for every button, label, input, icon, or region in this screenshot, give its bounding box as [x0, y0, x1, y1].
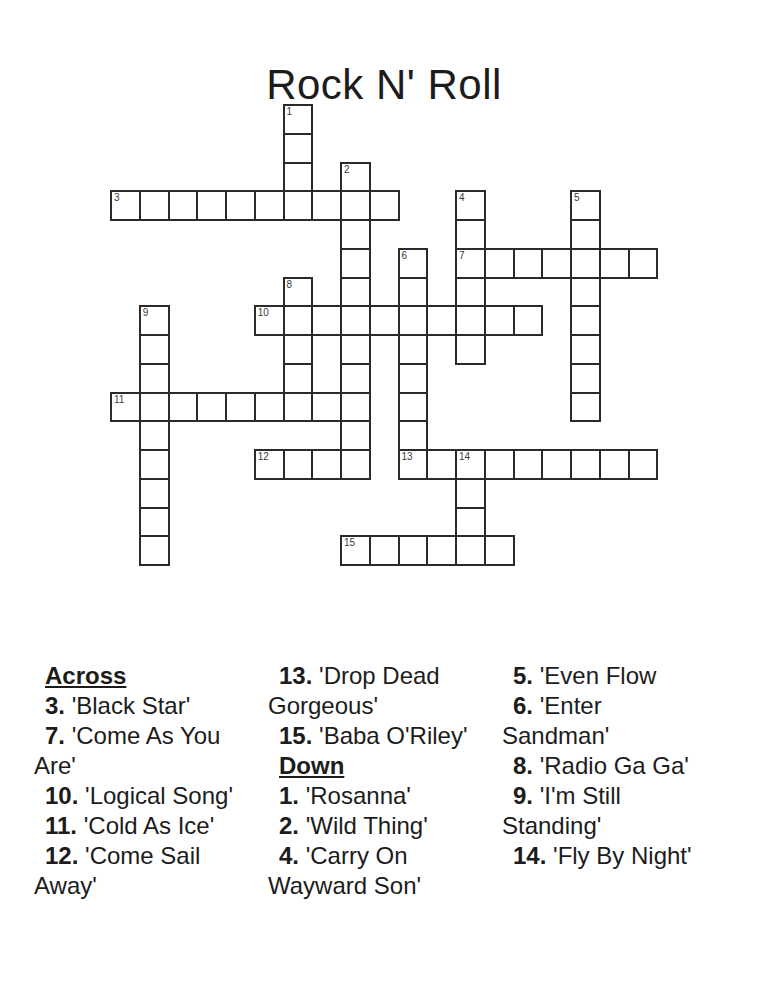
clue-num: 12. [45, 842, 78, 869]
grid-cell[interactable]: 6 [398, 248, 429, 279]
grid-cell[interactable] [340, 449, 371, 480]
grid-cell[interactable] [139, 507, 170, 538]
grid-cell[interactable] [369, 305, 400, 336]
clue-number: 10 [258, 307, 269, 318]
clue-num: 6. [513, 692, 533, 719]
grid-cell[interactable] [283, 363, 314, 394]
grid-cell[interactable] [139, 535, 170, 566]
grid-cell[interactable] [340, 334, 371, 365]
grid-cell[interactable] [340, 190, 371, 221]
clue-num: 4. [279, 842, 299, 869]
clues-section: Across3. 'Black Star'7. 'Come As You Are… [34, 661, 736, 901]
clue-item: 3. 'Black Star' [34, 691, 262, 721]
grid-cell[interactable] [283, 190, 314, 221]
clue-column: 13. 'Drop Dead Gorgeous'15. 'Baba O'Rile… [268, 661, 502, 901]
puzzle-title: Rock N' Roll [0, 61, 768, 109]
grid-cell[interactable] [369, 535, 400, 566]
grid-cell[interactable]: 13 [398, 449, 429, 480]
grid-cell[interactable]: 15 [340, 535, 371, 566]
grid-cell[interactable] [283, 392, 314, 423]
clue-number: 4 [459, 192, 465, 203]
clue-text: 'Fly By Night' [553, 842, 692, 869]
grid-cell[interactable] [455, 478, 486, 509]
grid-cell[interactable] [398, 305, 429, 336]
grid-cell[interactable]: 4 [455, 190, 486, 221]
grid-cell[interactable] [570, 219, 601, 250]
clue-num: 10. [45, 782, 78, 809]
clue-num: 3. [45, 692, 65, 719]
grid-cell[interactable]: 8 [283, 277, 314, 308]
clue-text: 'Black Star' [72, 692, 191, 719]
crossword-grid: 123456789101112131415 [110, 104, 659, 566]
clue-item: 14. 'Fly By Night' [502, 841, 730, 871]
grid-cell[interactable] [340, 219, 371, 250]
clue-text: 'Logical Song' [85, 782, 233, 809]
grid-cell[interactable] [455, 507, 486, 538]
clue-num: 15. [279, 722, 312, 749]
grid-cell[interactable] [570, 277, 601, 308]
grid-cell[interactable] [599, 449, 630, 480]
grid-cell[interactable] [570, 449, 601, 480]
grid-cell[interactable] [139, 392, 170, 423]
grid-cell[interactable] [398, 535, 429, 566]
grid-cell[interactable] [455, 277, 486, 308]
clue-item: 11. 'Cold As Ice' [34, 811, 262, 841]
clue-item: 7. 'Come As You Are' [34, 721, 262, 781]
grid-cell[interactable] [541, 248, 572, 279]
clue-number: 3 [114, 192, 120, 203]
clue-text: 'Rosanna' [306, 782, 411, 809]
grid-cell[interactable] [283, 162, 314, 193]
grid-cell[interactable] [398, 334, 429, 365]
clue-num: 1. [279, 782, 299, 809]
grid-cell[interactable] [311, 449, 342, 480]
clue-num: 9. [513, 782, 533, 809]
grid-cell[interactable] [196, 190, 227, 221]
clue-num: 11. [45, 812, 77, 839]
clue-number: 9 [143, 307, 149, 318]
clue-number: 11 [114, 394, 124, 405]
clue-item: 5. 'Even Flow [502, 661, 730, 691]
grid-cell[interactable] [283, 449, 314, 480]
grid-cell[interactable] [513, 449, 544, 480]
clue-number: 2 [344, 164, 350, 175]
grid-cell[interactable] [340, 420, 371, 451]
grid-cell[interactable] [254, 392, 285, 423]
grid-cell[interactable] [455, 334, 486, 365]
grid-cell[interactable] [398, 363, 429, 394]
grid-cell[interactable] [455, 305, 486, 336]
grid-cell[interactable] [570, 334, 601, 365]
grid-cell[interactable] [513, 305, 544, 336]
grid-cell[interactable] [398, 420, 429, 451]
grid-cell[interactable] [628, 449, 659, 480]
clue-number: 5 [574, 192, 580, 203]
clue-number: 14 [459, 451, 470, 462]
clue-number: 7 [459, 250, 465, 261]
clue-column: 5. 'Even Flow6. 'Enter Sandman'8. 'Radio… [502, 661, 736, 901]
grid-cell[interactable] [340, 392, 371, 423]
grid-cell[interactable] [484, 305, 515, 336]
grid-cell[interactable] [311, 305, 342, 336]
grid-cell[interactable] [139, 420, 170, 451]
grid-cell[interactable]: 5 [570, 190, 601, 221]
grid-cell[interactable]: 10 [254, 305, 285, 336]
grid-cell[interactable] [369, 190, 400, 221]
clue-num: 2. [279, 812, 299, 839]
grid-cell[interactable] [196, 392, 227, 423]
clue-num: 5. [513, 662, 533, 689]
grid-cell[interactable] [484, 535, 515, 566]
grid-cell[interactable] [311, 392, 342, 423]
grid-cell[interactable] [513, 248, 544, 279]
clue-num: 13. [279, 662, 312, 689]
grid-cell[interactable] [570, 392, 601, 423]
grid-cell[interactable] [426, 305, 457, 336]
grid-cell[interactable]: 11 [110, 392, 141, 423]
clue-number: 8 [287, 279, 293, 290]
grid-cell[interactable] [455, 219, 486, 250]
grid-cell[interactable] [628, 248, 659, 279]
grid-cell[interactable] [254, 190, 285, 221]
grid-cell[interactable] [340, 277, 371, 308]
grid-cell[interactable] [311, 190, 342, 221]
grid-cell[interactable] [283, 334, 314, 365]
clue-item: 8. 'Radio Ga Ga' [502, 751, 730, 781]
clue-item: 2. 'Wild Thing' [268, 811, 496, 841]
clue-item: 10. 'Logical Song' [34, 781, 262, 811]
clue-text: 'Radio Ga Ga' [540, 752, 689, 779]
grid-cell[interactable] [570, 363, 601, 394]
clue-num: 7. [45, 722, 65, 749]
clue-item: 4. 'Carry On Wayward Son' [268, 841, 496, 901]
clue-number: 12 [258, 451, 269, 462]
grid-cell[interactable] [541, 449, 572, 480]
clue-item: 9. 'I'm Still Standing' [502, 781, 730, 841]
clue-text: 'Wild Thing' [306, 812, 428, 839]
clues-heading-down: Down [268, 751, 496, 781]
grid-cell[interactable] [139, 478, 170, 509]
clue-text: 'Even Flow [540, 662, 657, 689]
grid-cell[interactable]: 7 [455, 248, 486, 279]
grid-cell[interactable] [570, 248, 601, 279]
grid-cell[interactable] [398, 392, 429, 423]
grid-cell[interactable]: 2 [340, 162, 371, 193]
grid-cell[interactable] [599, 248, 630, 279]
grid-cell[interactable] [168, 392, 199, 423]
grid-cell[interactable]: 12 [254, 449, 285, 480]
grid-cell[interactable] [455, 535, 486, 566]
grid-cell[interactable] [340, 305, 371, 336]
grid-cell[interactable] [139, 190, 170, 221]
grid-cell[interactable]: 14 [455, 449, 486, 480]
grid-cell[interactable] [139, 363, 170, 394]
grid-cell[interactable] [340, 363, 371, 394]
grid-cell[interactable] [398, 277, 429, 308]
clue-item: 13. 'Drop Dead Gorgeous' [268, 661, 496, 721]
clue-item: 1. 'Rosanna' [268, 781, 496, 811]
clue-number: 6 [402, 250, 408, 261]
page: Rock N' Roll 123456789101112131415 Acros… [0, 0, 768, 994]
grid-cell[interactable]: 3 [110, 190, 141, 221]
grid-cell[interactable] [484, 449, 515, 480]
grid-cell[interactable] [283, 133, 314, 164]
grid-cell[interactable] [570, 305, 601, 336]
grid-cell[interactable] [484, 248, 515, 279]
clue-number: 15 [344, 537, 355, 548]
grid-cell[interactable]: 9 [139, 305, 170, 336]
clue-num: 14. [513, 842, 546, 869]
clue-text: 'Baba O'Riley' [319, 722, 467, 749]
grid-cell[interactable] [283, 305, 314, 336]
clue-item: 12. 'Come Sail Away' [34, 841, 262, 901]
grid-cell[interactable] [426, 449, 457, 480]
clue-item: 6. 'Enter Sandman' [502, 691, 730, 751]
clue-number: 1 [287, 106, 293, 117]
clue-text: 'Cold As Ice' [84, 812, 215, 839]
grid-cell[interactable] [225, 190, 256, 221]
clues-heading-across: Across [34, 661, 262, 691]
grid-cell[interactable] [168, 190, 199, 221]
clue-item: 15. 'Baba O'Riley' [268, 721, 496, 751]
grid-cell[interactable] [340, 248, 371, 279]
grid-cell[interactable] [426, 535, 457, 566]
clue-num: 8. [513, 752, 533, 779]
clue-column: Across3. 'Black Star'7. 'Come As You Are… [34, 661, 268, 901]
grid-cell[interactable] [139, 334, 170, 365]
grid-cell[interactable] [139, 449, 170, 480]
clue-number: 13 [402, 451, 413, 462]
grid-cell[interactable]: 1 [283, 104, 314, 135]
grid-cell[interactable] [225, 392, 256, 423]
